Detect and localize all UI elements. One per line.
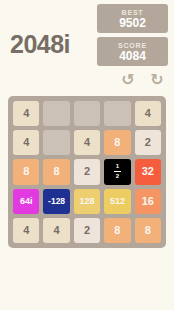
fraction-numerator: 1 <box>116 163 119 170</box>
tile-2-r5c3: 2 <box>74 218 100 243</box>
control-bar: ↺ ↻ <box>117 69 168 91</box>
tile-2-r3c3: 2 <box>74 159 100 184</box>
app-title: 2048i <box>10 30 70 59</box>
tile-8-r3c1: 8 <box>13 159 39 184</box>
tile-64i-r4c1: 64i <box>13 189 39 214</box>
tile-4-r5c2: 4 <box>43 218 69 243</box>
tile-32-r3c5: 32 <box>135 159 161 184</box>
tile-8-r5c4: 8 <box>104 218 130 243</box>
tile-128-r4c3: 128 <box>74 189 100 214</box>
best-value: 9502 <box>119 17 146 30</box>
tile-8-r5c5: 8 <box>135 218 161 243</box>
tile-16-r4c5: 16 <box>135 189 161 214</box>
tile-4-r2c1: 4 <box>13 130 39 155</box>
empty-cell-r1c3 <box>74 101 100 126</box>
empty-cell-r1c2 <box>43 101 69 126</box>
tile--128-r4c2: -128 <box>43 189 69 214</box>
tile-8-r2c4: 8 <box>104 130 130 155</box>
tile-4-r2c3: 4 <box>74 130 100 155</box>
undo-icon[interactable]: ↺ <box>117 69 139 91</box>
redo-icon[interactable]: ↻ <box>146 69 168 91</box>
fraction-denominator: 2 <box>116 173 119 180</box>
app-window: 2048i BEST 9502 SCORE 4084 ↺ ↻ 444482882… <box>0 0 174 310</box>
empty-cell-r1c4 <box>104 101 130 126</box>
score-box: SCORE 4084 <box>97 37 168 66</box>
tile-4-r1c5: 4 <box>135 101 161 126</box>
tile-2-r2c5: 2 <box>135 130 161 155</box>
fraction-bar <box>114 171 121 172</box>
score-panel: BEST 9502 SCORE 4084 <box>97 4 168 70</box>
score-value: 4084 <box>119 50 146 63</box>
tile-1-over-2-r3c4: 12 <box>104 159 130 184</box>
tile-4-r5c1: 4 <box>13 218 39 243</box>
tile-8-r3c2: 8 <box>43 159 69 184</box>
best-score-box: BEST 9502 <box>97 4 168 33</box>
game-board[interactable]: 444482882123264i-1281285121644288 <box>8 96 166 248</box>
tile-4-r1c1: 4 <box>13 101 39 126</box>
tile-512-r4c4: 512 <box>104 189 130 214</box>
empty-cell-r2c2 <box>43 130 69 155</box>
